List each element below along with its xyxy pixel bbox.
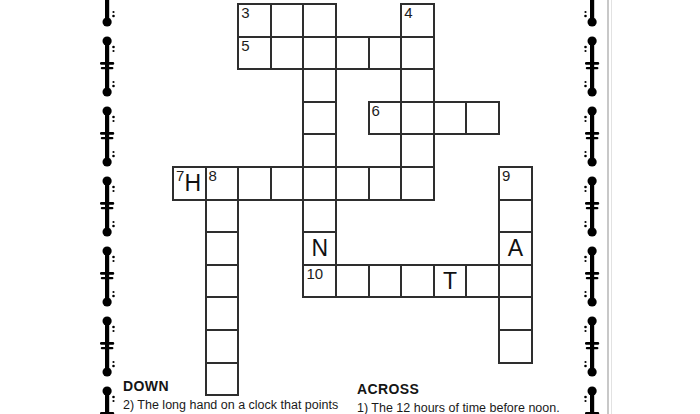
down-clues-section: DOWN 2) The long hand on a clock that po… bbox=[123, 378, 338, 412]
cell-letter: N bbox=[311, 237, 328, 260]
grid-cell-r10c11[interactable] bbox=[498, 296, 533, 331]
grid-cell-r3c8[interactable] bbox=[400, 68, 435, 103]
grid-cell-r2c7[interactable] bbox=[368, 36, 403, 71]
decorative-border-right bbox=[581, 0, 603, 414]
grid-cell-r1c3[interactable]: 3 bbox=[237, 3, 272, 38]
cell-letter: A bbox=[508, 237, 523, 260]
grid-cell-r9c6[interactable] bbox=[335, 264, 370, 299]
grid-cell-r9c10[interactable] bbox=[465, 264, 500, 299]
grid-cell-r1c4[interactable] bbox=[270, 3, 305, 38]
grid-cell-r3c5[interactable] bbox=[302, 68, 337, 103]
grid-cell-r7c11[interactable] bbox=[498, 199, 533, 234]
grid-cell-r5c5[interactable] bbox=[302, 133, 337, 168]
decorative-border-left bbox=[96, 0, 118, 414]
grid-cell-r8c5[interactable]: N bbox=[302, 231, 337, 266]
grid-cell-r9c2[interactable] bbox=[205, 264, 240, 299]
down-heading: DOWN bbox=[123, 378, 338, 394]
grid-cell-r2c6[interactable] bbox=[335, 36, 370, 71]
grid-cell-r11c2[interactable] bbox=[205, 329, 240, 364]
across-heading: ACROSS bbox=[357, 381, 560, 397]
grid-cell-r2c8[interactable] bbox=[400, 36, 435, 71]
grid-cell-r1c5[interactable] bbox=[302, 3, 337, 38]
grid-cell-r8c11[interactable]: A bbox=[498, 231, 533, 266]
grid-cell-r6c3[interactable] bbox=[237, 166, 272, 201]
grid-cell-r4c10[interactable] bbox=[465, 101, 500, 136]
crossword-grid: 34567H89NA10T bbox=[172, 3, 534, 397]
across-clues-section: ACROSS 1) The 12 hours of time before no… bbox=[357, 381, 560, 414]
grid-cell-r4c9[interactable] bbox=[433, 101, 468, 136]
grid-cell-r9c8[interactable] bbox=[400, 264, 435, 299]
grid-cell-r7c5[interactable] bbox=[302, 199, 337, 234]
grid-cell-r2c3[interactable]: 5 bbox=[237, 36, 272, 71]
grid-cell-r1c8[interactable]: 4 bbox=[400, 3, 435, 38]
grid-cell-r6c8[interactable] bbox=[400, 166, 435, 201]
grid-cell-r9c5[interactable]: 10 bbox=[302, 264, 337, 299]
grid-cell-r4c5[interactable] bbox=[302, 101, 337, 136]
grid-cell-r11c11[interactable] bbox=[498, 329, 533, 364]
cell-letter: H bbox=[184, 172, 201, 195]
grid-cell-r9c7[interactable] bbox=[368, 264, 403, 299]
clue-number-3: 3 bbox=[241, 5, 249, 21]
grid-cell-r8c2[interactable] bbox=[205, 231, 240, 266]
grid-cell-r6c6[interactable] bbox=[335, 166, 370, 201]
grid-cell-r6c5[interactable] bbox=[302, 166, 337, 201]
grid-cell-r5c8[interactable] bbox=[400, 133, 435, 168]
grid-cell-r6c11[interactable]: 9 bbox=[498, 166, 533, 201]
clue-number-8: 8 bbox=[209, 168, 217, 184]
grid-cell-r9c9[interactable]: T bbox=[433, 264, 468, 299]
clue-number-5: 5 bbox=[241, 38, 249, 54]
grid-cell-r6c4[interactable] bbox=[270, 166, 305, 201]
down-clue-2: 2) The long hand on a clock that points bbox=[123, 398, 338, 412]
clue-number-10: 10 bbox=[306, 266, 323, 282]
worksheet-page: 34567H89NA10T DOWN 2) The long hand on a… bbox=[0, 0, 700, 414]
grid-cell-r10c2[interactable] bbox=[205, 296, 240, 331]
clue-number-4: 4 bbox=[404, 5, 412, 21]
clue-number-6: 6 bbox=[372, 103, 380, 119]
page-edge-line-outer bbox=[611, 0, 612, 414]
page-edge-line bbox=[607, 0, 609, 414]
grid-cell-r4c8[interactable] bbox=[400, 101, 435, 136]
cell-letter: T bbox=[443, 270, 457, 293]
clue-number-9: 9 bbox=[502, 168, 510, 184]
grid-cell-r9c11[interactable] bbox=[498, 264, 533, 299]
grid-cell-r2c4[interactable] bbox=[270, 36, 305, 71]
clue-number-7: 7 bbox=[176, 168, 184, 184]
across-clue-1: 1) The 12 hours of time before noon. bbox=[357, 401, 560, 414]
grid-cell-r6c2[interactable]: 8 bbox=[205, 166, 240, 201]
grid-cell-r7c2[interactable] bbox=[205, 199, 240, 234]
grid-cell-r6c1[interactable]: 7H bbox=[172, 166, 207, 201]
grid-cell-r6c7[interactable] bbox=[368, 166, 403, 201]
grid-cell-r2c5[interactable] bbox=[302, 36, 337, 71]
grid-cell-r4c7[interactable]: 6 bbox=[368, 101, 403, 136]
